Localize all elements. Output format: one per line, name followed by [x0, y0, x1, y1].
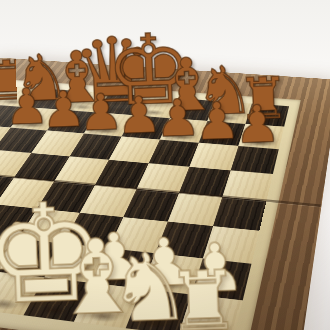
scene: ♜♞♝♛♚♝♞♜♟♟♟♟♟♟♟♟♟♟♟♟♟♟♟♟♜♞♝♛♚♝♞♜: [0, 0, 329, 330]
board-grid: ♜♞♝♛♚♝♞♜♟♟♟♟♟♟♟♟♟♟♟♟♟♟♟♟♜♞♝♛♚♝♞♜: [0, 86, 289, 330]
chessboard-frame: ♜♞♝♛♚♝♞♜♟♟♟♟♟♟♟♟♟♟♟♟♟♟♟♟♜♞♝♛♚♝♞♜: [0, 57, 330, 330]
square-h4[interactable]: [213, 197, 266, 231]
white-rook-h1[interactable]: ♜: [165, 259, 241, 330]
square-h1[interactable]: ♜: [179, 294, 243, 330]
square-h7[interactable]: ♟: [238, 124, 284, 149]
board-surface: ♜♞♝♛♚♝♞♜♟♟♟♟♟♟♟♟♟♟♟♟♟♟♟♟♜♞♝♛♚♝♞♜: [0, 79, 301, 330]
chess-set-photo: ♜♞♝♛♚♝♞♜♟♟♟♟♟♟♟♟♟♟♟♟♟♟♟♟♜♞♝♛♚♝♞♜: [0, 0, 330, 330]
square-g4[interactable]: [168, 193, 223, 226]
black-pawn-h7[interactable]: ♟: [233, 97, 281, 150]
